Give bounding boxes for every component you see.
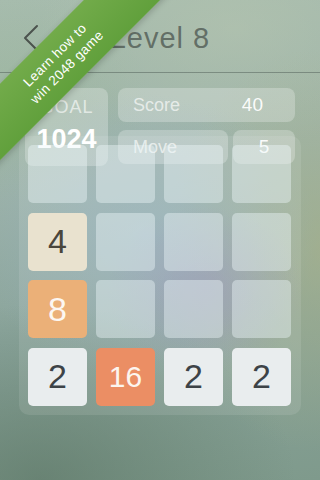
tile-r4c3: 2: [164, 348, 223, 406]
tile-r3c1: 8: [28, 280, 87, 338]
tile-r1c3: [164, 145, 223, 203]
tile-r1c2: [96, 145, 155, 203]
score-panel: Score 40: [118, 88, 295, 122]
score-value: 40: [242, 94, 263, 116]
app-screen: Level 8 Learn how to win 2048 game GOAL …: [0, 0, 320, 480]
tile-r4c2: 16: [96, 348, 155, 406]
tile-r1c4: [232, 145, 291, 203]
tile-r3c3: [164, 280, 223, 338]
tile-r2c3: [164, 213, 223, 271]
tile-r4c1: 2: [28, 348, 87, 406]
tile-r2c4: [232, 213, 291, 271]
tile-r4c4: 2: [232, 348, 291, 406]
tile-r2c2: [96, 213, 155, 271]
game-board[interactable]: 4 8 2 16 2 2: [19, 136, 301, 415]
tile-r3c4: [232, 280, 291, 338]
tile-r3c2: [96, 280, 155, 338]
tile-r2c1: 4: [28, 213, 87, 271]
tile-r1c1: [28, 145, 87, 203]
score-label: Score: [133, 95, 180, 116]
